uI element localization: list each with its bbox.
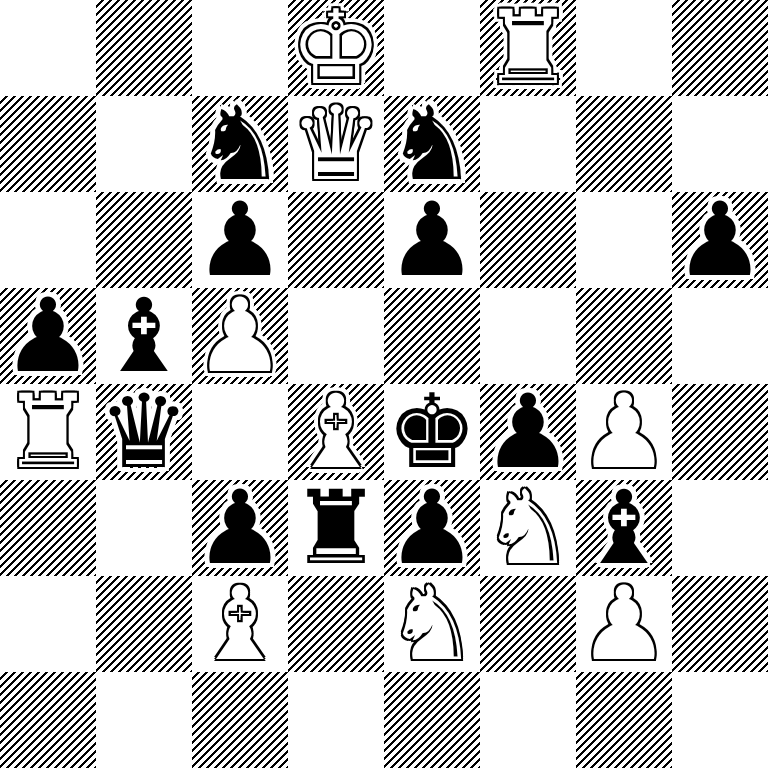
square-e8[interactable] bbox=[384, 0, 480, 96]
square-f1[interactable] bbox=[480, 672, 576, 768]
black-pawn[interactable]: ♟ bbox=[386, 480, 477, 576]
white-bishop[interactable]: ♝ bbox=[194, 576, 285, 672]
chess-board: ♚♜♞♛♞♟♟♟♟♝♟♜♛♝♚♟♟♟♜♟♞♝♝♞♟ bbox=[0, 0, 768, 768]
black-knight[interactable]: ♞ bbox=[194, 96, 285, 192]
white-pawn[interactable]: ♟ bbox=[578, 576, 669, 672]
square-d6[interactable] bbox=[288, 192, 384, 288]
square-d5[interactable] bbox=[288, 288, 384, 384]
square-c8[interactable] bbox=[192, 0, 288, 96]
square-c4[interactable] bbox=[192, 384, 288, 480]
white-queen[interactable]: ♛ bbox=[290, 96, 381, 192]
square-a4[interactable]: ♜ bbox=[0, 384, 96, 480]
square-g2[interactable]: ♟ bbox=[576, 576, 672, 672]
square-g1[interactable] bbox=[576, 672, 672, 768]
square-h2[interactable] bbox=[672, 576, 768, 672]
white-rook[interactable]: ♜ bbox=[482, 0, 573, 96]
square-a5[interactable]: ♟ bbox=[0, 288, 96, 384]
square-a6[interactable] bbox=[0, 192, 96, 288]
black-pawn[interactable]: ♟ bbox=[194, 192, 285, 288]
black-knight[interactable]: ♞ bbox=[386, 96, 477, 192]
square-d7[interactable]: ♛ bbox=[288, 96, 384, 192]
white-bishop[interactable]: ♝ bbox=[290, 384, 381, 480]
square-h7[interactable] bbox=[672, 96, 768, 192]
square-d8[interactable]: ♚ bbox=[288, 0, 384, 96]
square-b5[interactable]: ♝ bbox=[96, 288, 192, 384]
square-c5[interactable]: ♟ bbox=[192, 288, 288, 384]
square-h4[interactable] bbox=[672, 384, 768, 480]
square-e3[interactable]: ♟ bbox=[384, 480, 480, 576]
black-pawn[interactable]: ♟ bbox=[674, 192, 765, 288]
square-h5[interactable] bbox=[672, 288, 768, 384]
square-a2[interactable] bbox=[0, 576, 96, 672]
square-a1[interactable] bbox=[0, 672, 96, 768]
square-g7[interactable] bbox=[576, 96, 672, 192]
square-e7[interactable]: ♞ bbox=[384, 96, 480, 192]
square-h8[interactable] bbox=[672, 0, 768, 96]
square-e6[interactable]: ♟ bbox=[384, 192, 480, 288]
square-d2[interactable] bbox=[288, 576, 384, 672]
square-g5[interactable] bbox=[576, 288, 672, 384]
black-rook[interactable]: ♜ bbox=[290, 480, 381, 576]
square-a8[interactable] bbox=[0, 0, 96, 96]
white-king[interactable]: ♚ bbox=[290, 0, 381, 96]
square-b1[interactable] bbox=[96, 672, 192, 768]
square-d4[interactable]: ♝ bbox=[288, 384, 384, 480]
square-e2[interactable]: ♞ bbox=[384, 576, 480, 672]
square-f6[interactable] bbox=[480, 192, 576, 288]
black-bishop[interactable]: ♝ bbox=[98, 288, 189, 384]
square-f5[interactable] bbox=[480, 288, 576, 384]
black-king[interactable]: ♚ bbox=[386, 384, 477, 480]
square-h3[interactable] bbox=[672, 480, 768, 576]
square-b7[interactable] bbox=[96, 96, 192, 192]
square-g6[interactable] bbox=[576, 192, 672, 288]
black-pawn[interactable]: ♟ bbox=[2, 288, 93, 384]
square-d1[interactable] bbox=[288, 672, 384, 768]
square-d3[interactable]: ♜ bbox=[288, 480, 384, 576]
white-knight[interactable]: ♞ bbox=[482, 480, 573, 576]
square-a7[interactable] bbox=[0, 96, 96, 192]
square-h1[interactable] bbox=[672, 672, 768, 768]
black-bishop[interactable]: ♝ bbox=[578, 480, 669, 576]
square-b6[interactable] bbox=[96, 192, 192, 288]
square-c3[interactable]: ♟ bbox=[192, 480, 288, 576]
square-b3[interactable] bbox=[96, 480, 192, 576]
black-pawn[interactable]: ♟ bbox=[482, 384, 573, 480]
square-c2[interactable]: ♝ bbox=[192, 576, 288, 672]
square-c1[interactable] bbox=[192, 672, 288, 768]
square-b2[interactable] bbox=[96, 576, 192, 672]
square-f7[interactable] bbox=[480, 96, 576, 192]
square-f2[interactable] bbox=[480, 576, 576, 672]
white-rook[interactable]: ♜ bbox=[2, 384, 93, 480]
black-pawn[interactable]: ♟ bbox=[386, 192, 477, 288]
white-knight[interactable]: ♞ bbox=[386, 576, 477, 672]
square-f3[interactable]: ♞ bbox=[480, 480, 576, 576]
square-f4[interactable]: ♟ bbox=[480, 384, 576, 480]
square-g8[interactable] bbox=[576, 0, 672, 96]
square-e5[interactable] bbox=[384, 288, 480, 384]
square-b8[interactable] bbox=[96, 0, 192, 96]
square-a3[interactable] bbox=[0, 480, 96, 576]
square-c6[interactable]: ♟ bbox=[192, 192, 288, 288]
square-f8[interactable]: ♜ bbox=[480, 0, 576, 96]
square-g3[interactable]: ♝ bbox=[576, 480, 672, 576]
black-pawn[interactable]: ♟ bbox=[194, 480, 285, 576]
square-e4[interactable]: ♚ bbox=[384, 384, 480, 480]
square-b4[interactable]: ♛ bbox=[96, 384, 192, 480]
black-queen[interactable]: ♛ bbox=[98, 384, 189, 480]
square-g4[interactable]: ♟ bbox=[576, 384, 672, 480]
white-pawn[interactable]: ♟ bbox=[578, 384, 669, 480]
square-h6[interactable]: ♟ bbox=[672, 192, 768, 288]
white-pawn[interactable]: ♟ bbox=[194, 288, 285, 384]
square-c7[interactable]: ♞ bbox=[192, 96, 288, 192]
square-e1[interactable] bbox=[384, 672, 480, 768]
